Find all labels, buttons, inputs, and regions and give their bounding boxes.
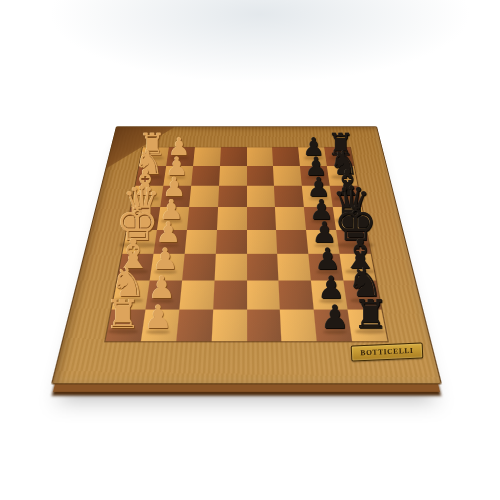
- square-b5[interactable]: [247, 166, 275, 186]
- square-a5[interactable]: [247, 147, 274, 165]
- square-e6[interactable]: [276, 230, 308, 255]
- square-e4[interactable]: [215, 230, 246, 255]
- square-d3[interactable]: [187, 207, 218, 230]
- square-d4[interactable]: [217, 207, 247, 230]
- square-c3[interactable]: [189, 186, 219, 207]
- square-b3[interactable]: [191, 166, 220, 186]
- square-f6[interactable]: [278, 254, 312, 281]
- square-b4[interactable]: [219, 166, 247, 186]
- background-haze: [0, 0, 500, 140]
- square-g5[interactable]: [247, 281, 281, 310]
- square-g6[interactable]: [279, 281, 314, 310]
- square-c6[interactable]: [274, 186, 304, 207]
- piece-black-rook-h8[interactable]: ♜: [351, 295, 391, 335]
- piece-white-rook-h1[interactable]: ♜: [103, 295, 143, 335]
- square-c4[interactable]: [218, 186, 247, 207]
- rook-glyph: ♜: [351, 295, 391, 334]
- brand-label: BOTTICELLI: [360, 345, 414, 359]
- square-e5[interactable]: [247, 230, 278, 255]
- square-g4[interactable]: [213, 281, 247, 310]
- square-d6[interactable]: [275, 207, 306, 230]
- square-f5[interactable]: [247, 254, 279, 281]
- rook-glyph: ♜: [103, 295, 143, 334]
- square-c5[interactable]: [247, 186, 276, 207]
- brand-plaque: BOTTICELLI: [351, 342, 424, 361]
- square-h4[interactable]: [211, 310, 246, 342]
- square-h3[interactable]: [176, 310, 213, 342]
- square-a4[interactable]: [220, 147, 247, 165]
- square-h6[interactable]: [280, 310, 317, 342]
- pawn-glyph: ♟: [142, 302, 174, 334]
- photo-stage: ♜♞♝♛♚♝♞♜♟♟♟♟♟♟♟♟♟♟♟♟♟♟♟♟♜♞♝♛♚♝♞♜ BOTTICE…: [0, 0, 500, 500]
- square-b6[interactable]: [273, 166, 302, 186]
- pawn-glyph: ♟: [319, 302, 351, 334]
- square-e3[interactable]: [184, 230, 216, 255]
- square-d5[interactable]: [247, 207, 277, 230]
- square-f3[interactable]: [182, 254, 216, 281]
- piece-white-pawn-h2[interactable]: ♟: [142, 302, 174, 334]
- piece-black-pawn-h7[interactable]: ♟: [319, 302, 351, 334]
- square-a3[interactable]: [193, 147, 221, 165]
- square-f4[interactable]: [214, 254, 246, 281]
- square-g3[interactable]: [179, 281, 214, 310]
- square-h5[interactable]: [247, 310, 282, 342]
- square-a6[interactable]: [272, 147, 300, 165]
